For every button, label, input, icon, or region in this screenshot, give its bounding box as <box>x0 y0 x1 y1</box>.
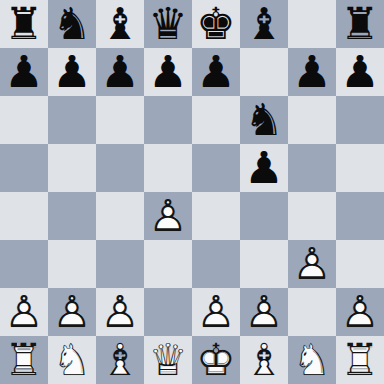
piece-glyph: ♞ <box>48 0 96 48</box>
square-d1[interactable]: ♛♕ <box>144 336 192 384</box>
square-a8[interactable]: ♜ <box>0 0 48 48</box>
square-e7[interactable]: ♟ <box>192 48 240 96</box>
square-c6[interactable] <box>96 96 144 144</box>
square-d3[interactable] <box>144 240 192 288</box>
piece-glyph: ♟ <box>240 144 288 192</box>
square-b2[interactable]: ♟♙ <box>48 288 96 336</box>
piece-glyph-outline: ♙ <box>144 192 192 240</box>
square-a2[interactable]: ♟♙ <box>0 288 48 336</box>
square-d6[interactable] <box>144 96 192 144</box>
piece-glyph-outline: ♙ <box>192 288 240 336</box>
piece-black-knight-icon[interactable]: ♞ <box>48 0 96 48</box>
square-e8[interactable]: ♚ <box>192 0 240 48</box>
square-a3[interactable] <box>0 240 48 288</box>
piece-glyph-outline: ♖ <box>0 336 48 384</box>
square-g6[interactable] <box>288 96 336 144</box>
piece-white-bishop-icon[interactable]: ♝♗ <box>96 336 144 384</box>
square-a4[interactable] <box>0 192 48 240</box>
square-h6[interactable] <box>336 96 384 144</box>
piece-white-pawn-icon[interactable]: ♟♙ <box>192 288 240 336</box>
square-e2[interactable]: ♟♙ <box>192 288 240 336</box>
square-g1[interactable]: ♞♘ <box>288 336 336 384</box>
piece-glyph: ♟ <box>336 48 384 96</box>
square-f3[interactable] <box>240 240 288 288</box>
piece-glyph-outline: ♘ <box>288 336 336 384</box>
square-g4[interactable] <box>288 192 336 240</box>
square-f1[interactable]: ♝♗ <box>240 336 288 384</box>
square-g8[interactable] <box>288 0 336 48</box>
piece-white-knight-icon[interactable]: ♞♘ <box>288 336 336 384</box>
square-h7[interactable]: ♟ <box>336 48 384 96</box>
square-d7[interactable]: ♟ <box>144 48 192 96</box>
piece-glyph: ♟ <box>48 48 96 96</box>
piece-black-queen-icon[interactable]: ♛ <box>144 0 192 48</box>
square-h2[interactable]: ♟♙ <box>336 288 384 336</box>
piece-black-pawn-icon[interactable]: ♟ <box>288 48 336 96</box>
square-a5[interactable] <box>0 144 48 192</box>
square-e3[interactable] <box>192 240 240 288</box>
square-f2[interactable]: ♟♙ <box>240 288 288 336</box>
square-b1[interactable]: ♞♘ <box>48 336 96 384</box>
square-c1[interactable]: ♝♗ <box>96 336 144 384</box>
square-f7[interactable] <box>240 48 288 96</box>
piece-black-bishop-icon[interactable]: ♝ <box>240 0 288 48</box>
piece-black-pawn-icon[interactable]: ♟ <box>0 48 48 96</box>
piece-glyph-outline: ♙ <box>48 288 96 336</box>
square-b8[interactable]: ♞ <box>48 0 96 48</box>
square-a1[interactable]: ♜♖ <box>0 336 48 384</box>
square-f6[interactable]: ♞ <box>240 96 288 144</box>
piece-black-pawn-icon[interactable]: ♟ <box>336 48 384 96</box>
piece-glyph-outline: ♙ <box>288 240 336 288</box>
square-e5[interactable] <box>192 144 240 192</box>
chess-board: ♜♞♝♛♚♝♜♟♟♟♟♟♟♟♞♟♟♙♟♙♟♙♟♙♟♙♟♙♟♙♟♙♜♖♞♘♝♗♛♕… <box>0 0 384 384</box>
square-h3[interactable] <box>336 240 384 288</box>
piece-glyph: ♟ <box>288 48 336 96</box>
piece-glyph-outline: ♙ <box>336 288 384 336</box>
square-b4[interactable] <box>48 192 96 240</box>
piece-black-king-icon[interactable]: ♚ <box>192 0 240 48</box>
piece-glyph-outline: ♖ <box>336 336 384 384</box>
square-c3[interactable] <box>96 240 144 288</box>
piece-black-pawn-icon[interactable]: ♟ <box>240 144 288 192</box>
piece-glyph: ♟ <box>96 48 144 96</box>
piece-black-knight-icon[interactable]: ♞ <box>240 96 288 144</box>
piece-white-king-icon[interactable]: ♚♔ <box>192 336 240 384</box>
square-b7[interactable]: ♟ <box>48 48 96 96</box>
piece-black-bishop-icon[interactable]: ♝ <box>96 0 144 48</box>
piece-glyph-outline: ♗ <box>240 336 288 384</box>
square-g5[interactable] <box>288 144 336 192</box>
piece-glyph-outline: ♕ <box>144 336 192 384</box>
piece-black-pawn-icon[interactable]: ♟ <box>48 48 96 96</box>
piece-glyph: ♝ <box>240 0 288 48</box>
piece-white-pawn-icon[interactable]: ♟♙ <box>288 240 336 288</box>
piece-glyph-outline: ♙ <box>96 288 144 336</box>
piece-glyph: ♟ <box>0 48 48 96</box>
square-b5[interactable] <box>48 144 96 192</box>
square-h8[interactable]: ♜ <box>336 0 384 48</box>
piece-glyph-outline: ♔ <box>192 336 240 384</box>
square-c7[interactable]: ♟ <box>96 48 144 96</box>
piece-glyph-outline: ♘ <box>48 336 96 384</box>
piece-black-rook-icon[interactable]: ♜ <box>336 0 384 48</box>
piece-glyph: ♟ <box>192 48 240 96</box>
piece-white-rook-icon[interactable]: ♜♖ <box>336 336 384 384</box>
piece-glyph: ♟ <box>144 48 192 96</box>
square-d5[interactable] <box>144 144 192 192</box>
square-f4[interactable] <box>240 192 288 240</box>
piece-glyph-outline: ♙ <box>240 288 288 336</box>
piece-white-rook-icon[interactable]: ♜♖ <box>0 336 48 384</box>
piece-white-pawn-icon[interactable]: ♟♙ <box>336 288 384 336</box>
piece-glyph: ♝ <box>96 0 144 48</box>
square-c2[interactable]: ♟♙ <box>96 288 144 336</box>
square-f5[interactable]: ♟ <box>240 144 288 192</box>
piece-white-pawn-icon[interactable]: ♟♙ <box>48 288 96 336</box>
square-g7[interactable]: ♟ <box>288 48 336 96</box>
square-a6[interactable] <box>0 96 48 144</box>
piece-black-pawn-icon[interactable]: ♟ <box>144 48 192 96</box>
square-c4[interactable] <box>96 192 144 240</box>
piece-glyph: ♜ <box>336 0 384 48</box>
piece-white-pawn-icon[interactable]: ♟♙ <box>0 288 48 336</box>
square-g3[interactable]: ♟♙ <box>288 240 336 288</box>
piece-glyph-outline: ♙ <box>0 288 48 336</box>
square-c8[interactable]: ♝ <box>96 0 144 48</box>
square-g2[interactable] <box>288 288 336 336</box>
piece-glyph: ♚ <box>192 0 240 48</box>
square-d2[interactable] <box>144 288 192 336</box>
piece-black-pawn-icon[interactable]: ♟ <box>96 48 144 96</box>
piece-white-knight-icon[interactable]: ♞♘ <box>48 336 96 384</box>
square-d4[interactable]: ♟♙ <box>144 192 192 240</box>
square-e1[interactable]: ♚♔ <box>192 336 240 384</box>
piece-white-queen-icon[interactable]: ♛♕ <box>144 336 192 384</box>
piece-white-pawn-icon[interactable]: ♟♙ <box>144 192 192 240</box>
piece-white-pawn-icon[interactable]: ♟♙ <box>240 288 288 336</box>
piece-glyph-outline: ♗ <box>96 336 144 384</box>
square-b3[interactable] <box>48 240 96 288</box>
square-f8[interactable]: ♝ <box>240 0 288 48</box>
square-e6[interactable] <box>192 96 240 144</box>
piece-glyph: ♛ <box>144 0 192 48</box>
square-h4[interactable] <box>336 192 384 240</box>
square-h5[interactable] <box>336 144 384 192</box>
piece-white-pawn-icon[interactable]: ♟♙ <box>96 288 144 336</box>
square-c5[interactable] <box>96 144 144 192</box>
square-e4[interactable] <box>192 192 240 240</box>
piece-glyph: ♞ <box>240 96 288 144</box>
square-a7[interactable]: ♟ <box>0 48 48 96</box>
square-h1[interactable]: ♜♖ <box>336 336 384 384</box>
piece-white-bishop-icon[interactable]: ♝♗ <box>240 336 288 384</box>
piece-black-rook-icon[interactable]: ♜ <box>0 0 48 48</box>
square-b6[interactable] <box>48 96 96 144</box>
piece-black-pawn-icon[interactable]: ♟ <box>192 48 240 96</box>
piece-glyph: ♜ <box>0 0 48 48</box>
square-d8[interactable]: ♛ <box>144 0 192 48</box>
